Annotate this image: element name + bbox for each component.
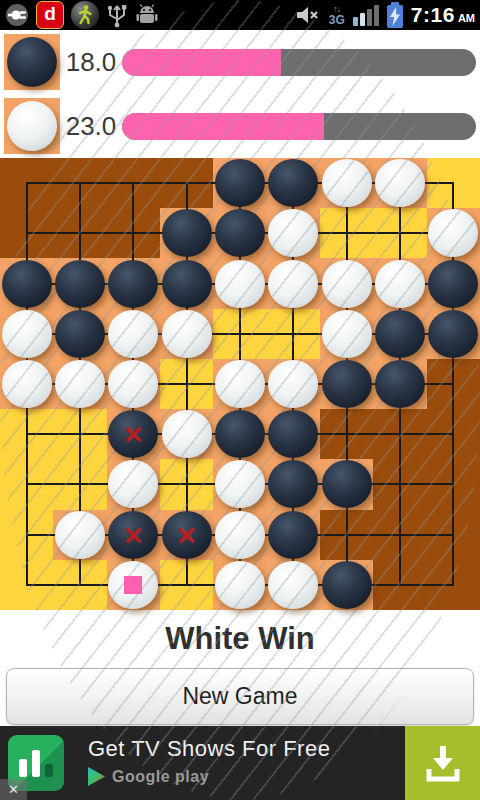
white-stone — [215, 360, 265, 408]
white-stone — [322, 159, 372, 207]
black-stone — [162, 209, 212, 257]
black-stone-icon — [7, 37, 57, 87]
white-stone — [268, 360, 318, 408]
download-icon — [422, 742, 464, 784]
ad-close-button[interactable]: ✕ — [0, 779, 27, 800]
black-stone: × — [108, 511, 158, 559]
black-player-icon — [4, 34, 60, 90]
black-stone — [108, 260, 158, 308]
black-stone — [428, 260, 478, 308]
network-3g-icon: ↑↓ 3G — [329, 5, 345, 26]
signal-bars-icon — [353, 4, 379, 26]
dead-stone-mark: × — [124, 418, 143, 450]
score-panel: 18.0 23.0 — [0, 30, 480, 158]
white-stone — [2, 310, 52, 358]
white-stone — [55, 511, 105, 559]
black-stone — [55, 310, 105, 358]
white-stone — [322, 310, 372, 358]
black-stone — [322, 561, 372, 609]
pedometer-icon — [71, 1, 99, 29]
android-debug-icon — [135, 3, 159, 27]
white-stone — [2, 360, 52, 408]
usb-icon — [106, 2, 128, 28]
app-screen: { "status_bar": { "time": "7:16", "merid… — [0, 0, 480, 800]
white-stone — [268, 561, 318, 609]
black-stone — [428, 310, 478, 358]
last-move-marker — [124, 576, 142, 594]
black-stone — [268, 511, 318, 559]
white-stone — [108, 310, 158, 358]
white-stone — [268, 260, 318, 308]
white-stone — [322, 260, 372, 308]
white-stone — [375, 159, 425, 207]
black-stone — [375, 360, 425, 408]
white-score-row: 23.0 — [0, 94, 480, 158]
ad-download-button[interactable] — [405, 726, 480, 800]
black-stone: × — [162, 511, 212, 559]
black-stone — [215, 410, 265, 458]
black-stone — [322, 360, 372, 408]
battery-charging-icon — [387, 5, 403, 28]
white-stone — [215, 260, 265, 308]
black-stone — [322, 460, 372, 508]
white-stone — [162, 410, 212, 458]
white-player-icon — [4, 98, 60, 154]
black-stone — [215, 209, 265, 257]
dead-stone-mark: × — [177, 519, 196, 551]
black-stone — [215, 159, 265, 207]
google-play-icon — [88, 767, 105, 786]
white-stone — [108, 360, 158, 408]
dead-stone-mark: × — [124, 519, 143, 551]
white-stone-icon — [7, 101, 57, 151]
black-stone — [162, 260, 212, 308]
black-stone — [375, 310, 425, 358]
white-stone — [162, 310, 212, 358]
black-stone — [2, 260, 52, 308]
dailymotion-icon: d — [36, 1, 64, 29]
white-stone — [55, 360, 105, 408]
black-stone — [55, 260, 105, 308]
white-stone — [375, 260, 425, 308]
white-stone — [428, 209, 478, 257]
power-plug-icon — [5, 3, 29, 27]
status-clock: 7:16AM — [411, 3, 475, 27]
white-stone — [108, 561, 158, 609]
white-stone — [215, 511, 265, 559]
white-stone — [215, 561, 265, 609]
